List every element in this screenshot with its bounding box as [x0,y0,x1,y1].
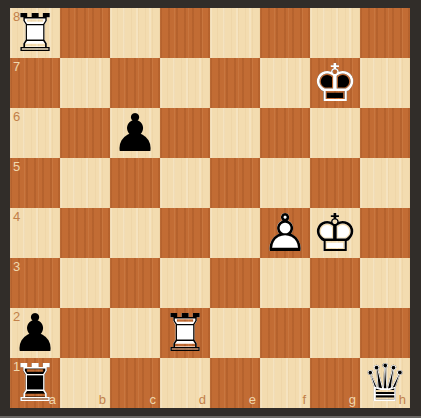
rank-label-7: 7 [13,60,20,73]
square-d7[interactable] [160,58,210,108]
piece-black-pawn[interactable]: ♟ [10,308,60,358]
square-c6[interactable]: ♟ [110,108,160,158]
square-e7[interactable] [210,58,260,108]
square-b3[interactable] [60,258,110,308]
square-c3[interactable] [110,258,160,308]
square-g5[interactable] [310,158,360,208]
file-label-b: b [99,393,106,406]
square-a8[interactable]: 8♜♖ [10,8,60,58]
square-d3[interactable] [160,258,210,308]
black-pawn-glyph: ♟ [10,308,60,358]
square-h5[interactable] [360,158,410,208]
square-a1[interactable]: 1a♜♖ [10,358,60,408]
black-queen-glyph: ♛ [360,358,410,408]
square-c4[interactable] [110,208,160,258]
black-rook-outline: ♖ [10,358,60,408]
file-label-f: f [302,393,306,406]
square-f1[interactable]: f [260,358,310,408]
piece-white-rook[interactable]: ♜♖ [160,308,210,358]
piece-white-rook[interactable]: ♜♖ [10,8,60,58]
square-f2[interactable] [260,308,310,358]
square-e6[interactable] [210,108,260,158]
square-a6[interactable]: 6 [10,108,60,158]
square-e3[interactable] [210,258,260,308]
square-b1[interactable]: b [60,358,110,408]
square-e1[interactable]: e [210,358,260,408]
square-a3[interactable]: 3 [10,258,60,308]
file-label-e: e [249,393,256,406]
square-d6[interactable] [160,108,210,158]
file-label-c: c [150,393,157,406]
piece-black-rook[interactable]: ♜♖ [10,358,60,408]
square-c2[interactable] [110,308,160,358]
black-king-outline: ♔ [310,58,360,108]
square-c7[interactable] [110,58,160,108]
piece-black-queen[interactable]: ♛♕ [360,358,410,408]
square-a2[interactable]: 2♟ [10,308,60,358]
square-f4[interactable]: ♟♙ [260,208,310,258]
white-rook-outline: ♖ [160,308,210,358]
square-h6[interactable] [360,108,410,158]
square-d8[interactable] [160,8,210,58]
square-d4[interactable] [160,208,210,258]
square-f8[interactable] [260,8,310,58]
white-king-outline: ♔ [310,208,360,258]
white-rook-glyph: ♜ [160,308,210,358]
square-b4[interactable] [60,208,110,258]
square-g3[interactable] [310,258,360,308]
square-h3[interactable] [360,258,410,308]
square-g6[interactable] [310,108,360,158]
square-f5[interactable] [260,158,310,208]
square-g2[interactable] [310,308,360,358]
square-g7[interactable]: ♚♔ [310,58,360,108]
rank-label-5: 5 [13,160,20,173]
black-king-glyph: ♚ [310,58,360,108]
square-f3[interactable] [260,258,310,308]
square-h2[interactable] [360,308,410,358]
white-king-glyph: ♚ [310,208,360,258]
piece-black-pawn[interactable]: ♟ [110,108,160,158]
black-queen-outline: ♕ [360,358,410,408]
square-e2[interactable] [210,308,260,358]
square-b5[interactable] [60,158,110,208]
square-f6[interactable] [260,108,310,158]
white-pawn-glyph: ♟ [260,208,310,258]
square-g1[interactable]: g [310,358,360,408]
square-b2[interactable] [60,308,110,358]
square-a7[interactable]: 7 [10,58,60,108]
square-g4[interactable]: ♚♔ [310,208,360,258]
white-pawn-outline: ♙ [260,208,310,258]
board-frame: 8♜♖7♚♔6♟54♟♙♚♔32♟♜♖1a♜♖bcdefgh♛♕ [0,0,421,418]
black-rook-glyph: ♜ [10,358,60,408]
square-e4[interactable] [210,208,260,258]
chess-board: 8♜♖7♚♔6♟54♟♙♚♔32♟♜♖1a♜♖bcdefgh♛♕ [10,8,410,408]
piece-white-king[interactable]: ♚♔ [310,208,360,258]
square-a4[interactable]: 4 [10,208,60,258]
piece-black-king[interactable]: ♚♔ [310,58,360,108]
file-label-d: d [199,393,206,406]
square-b6[interactable] [60,108,110,158]
square-c8[interactable] [110,8,160,58]
square-h4[interactable] [360,208,410,258]
white-rook-outline: ♖ [10,8,60,58]
square-c5[interactable] [110,158,160,208]
white-rook-glyph: ♜ [10,8,60,58]
piece-white-pawn[interactable]: ♟♙ [260,208,310,258]
square-a5[interactable]: 5 [10,158,60,208]
square-h7[interactable] [360,58,410,108]
rank-label-3: 3 [13,260,20,273]
square-g8[interactable] [310,8,360,58]
file-label-g: g [349,393,356,406]
square-h1[interactable]: h♛♕ [360,358,410,408]
square-h8[interactable] [360,8,410,58]
square-b7[interactable] [60,58,110,108]
square-e8[interactable] [210,8,260,58]
square-f7[interactable] [260,58,310,108]
square-d5[interactable] [160,158,210,208]
black-pawn-glyph: ♟ [110,108,160,158]
rank-label-6: 6 [13,110,20,123]
square-e5[interactable] [210,158,260,208]
rank-label-4: 4 [13,210,20,223]
square-b8[interactable] [60,8,110,58]
square-d1[interactable]: d [160,358,210,408]
square-c1[interactable]: c [110,358,160,408]
square-d2[interactable]: ♜♖ [160,308,210,358]
